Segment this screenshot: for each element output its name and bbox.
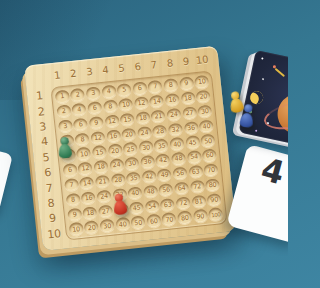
product-cell[interactable]: 24 [165,106,182,122]
star-icon [255,130,257,132]
product-number: 2 [70,88,85,102]
row-label: 6 [44,166,52,180]
product-number: 15 [120,113,135,127]
product-number: 40 [127,186,142,200]
product-cell[interactable]: 54 [186,149,203,165]
product-number: 27 [182,106,197,120]
product-number: 56 [158,183,173,197]
product-number: 50 [131,216,146,230]
product-number: 4 [101,85,116,99]
product-number: 6 [62,163,77,177]
product-number: 30 [138,140,153,154]
product-number: 24 [166,108,181,122]
product-cell[interactable]: 70 [161,211,178,227]
product-number: 24 [137,126,152,140]
product-number: 8 [103,99,118,113]
col-label: 4 [101,60,109,81]
product-number: 6 [73,117,88,131]
product-number: 24 [96,189,111,203]
product-number: 81 [191,194,206,208]
product-number: 20 [121,127,136,141]
shooting-star-icon [275,68,285,77]
product-cell[interactable]: 90 [192,208,209,224]
number-card-value: 4 [257,150,288,192]
product-number: 50 [200,134,215,148]
crescent-moon-icon [249,90,264,105]
product-cell[interactable]: 6 [131,80,148,96]
product-number: 7 [148,80,163,94]
product-number: 6 [87,101,102,115]
product-number: 42 [141,170,156,184]
row-label: 4 [40,135,48,149]
product-number: 63 [160,198,175,212]
product-number: 8 [65,193,80,207]
product-number: 15 [92,145,107,159]
product-number: 21 [151,109,166,123]
product-number: 12 [78,162,93,176]
star-icon [262,78,264,80]
product-number: 12 [104,114,119,128]
product-number: 12 [134,96,149,110]
product-number: 25 [123,142,138,156]
product-cell[interactable]: 9 [178,75,195,91]
row-label: 1 [36,89,44,103]
product-number: 18 [93,160,108,174]
col-label: 3 [85,62,93,83]
product-number: 56 [172,167,187,181]
product-number: 9 [179,77,194,91]
row-label: 10 [47,227,62,241]
product-cell[interactable]: 60 [145,213,162,229]
product-number: 3 [58,119,73,133]
product-number: 40 [199,119,214,133]
product-number: 10 [118,98,133,112]
product-cell[interactable]: 42 [141,169,158,185]
col-label: 2 [69,64,77,85]
product-number: 45 [185,135,200,149]
product-number: 45 [129,201,144,215]
product-number: 30 [197,104,212,118]
col-label: 1 [53,65,61,86]
product-number: 36 [140,155,155,169]
peg-red[interactable] [112,193,127,215]
row-label: 3 [39,120,47,134]
product-number: 40 [115,217,130,231]
product-number: 80 [205,178,220,192]
product-number: 6 [132,81,147,95]
product-cell[interactable]: 40 [114,216,131,232]
card-deck[interactable] [239,50,288,145]
product-number: 10 [194,75,209,89]
product-number: 18 [180,91,195,105]
product-cell[interactable]: 20 [83,219,100,235]
product-number: 36 [183,121,198,135]
product-number: 2 [56,104,71,118]
col-label: 6 [134,57,142,78]
product-number: 64 [174,181,189,195]
product-grid: 1234567891024681012141618203691215182124… [50,70,227,240]
product-cell[interactable]: 10 [68,221,85,237]
col-label: 8 [166,53,174,74]
product-number: 48 [171,152,186,166]
row-label: 9 [48,212,56,226]
product-number: 1 [55,90,70,104]
product-number: 16 [81,191,96,205]
product-number: 3 [86,86,101,100]
product-number: 70 [162,212,177,226]
product-number: 18 [135,111,150,125]
col-label: 9 [182,52,190,73]
product-number: 60 [202,149,217,163]
row-label: 7 [45,181,53,195]
product-number: 30 [124,157,139,171]
product-number: 20 [196,90,211,104]
product-number: 5 [117,83,132,97]
product-number: 30 [100,219,115,233]
product-cell[interactable]: 30 [99,218,116,234]
product-number: 54 [186,150,201,164]
product-number: 28 [110,173,125,187]
product-number: 7 [64,178,79,192]
product-cell[interactable]: 100 [207,206,224,222]
product-number: 18 [82,206,97,220]
product-number: 14 [149,95,164,109]
product-cell[interactable]: 80 [176,209,193,225]
partial-card-left[interactable] [0,146,13,215]
col-label: 10 [195,50,210,71]
product-number: 14 [79,176,94,190]
col-label: 7 [150,55,158,76]
product-number: 90 [193,209,208,223]
product-number: 63 [188,165,203,179]
product-number: 8 [75,132,90,146]
row-label: 2 [37,105,45,119]
product-cell[interactable]: 20 [106,142,123,158]
product-number: 49 [157,168,172,182]
product-cell[interactable]: 8 [74,131,91,147]
product-number: 27 [98,204,113,218]
row-label: 5 [42,151,50,165]
product-cell[interactable]: 6 [61,162,78,178]
product-number: 80 [177,211,192,225]
peg-blue[interactable] [239,104,254,128]
product-cell[interactable]: 18 [82,205,99,221]
row-label: 8 [47,197,55,211]
product-number: 4 [72,103,87,117]
product-number: 35 [126,171,141,185]
product-number: 100 [208,207,223,221]
product-number: 10 [76,147,91,161]
product-number: 28 [152,124,167,138]
col-label: 5 [118,59,126,80]
product-number: 42 [155,153,170,167]
product-number: 90 [207,193,222,207]
product-number: 72 [190,180,205,194]
product-number: 9 [67,207,82,221]
product-number: 70 [203,163,218,177]
product-cell[interactable]: 45 [128,200,145,216]
product-number: 48 [143,184,158,198]
product-number: 16 [106,129,121,143]
product-cell[interactable]: 6 [86,100,103,116]
product-number: 32 [168,122,183,136]
product-number: 40 [169,137,184,151]
peg-green[interactable] [57,137,72,159]
product-number: 12 [90,131,105,145]
number-card[interactable]: 4 [226,144,288,244]
product-number: 16 [165,93,180,107]
product-number: 8 [163,78,178,92]
product-number: 21 [95,175,110,189]
product-number: 10 [69,222,84,236]
product-number: 20 [84,220,99,234]
product-number: 54 [145,199,160,213]
product-number: 9 [89,116,104,130]
product-number: 24 [109,158,124,172]
card-back-space-design [239,50,288,145]
product-number: 35 [154,139,169,153]
product-cell[interactable]: 35 [153,137,170,153]
product-number: 20 [107,144,122,158]
product-number: 72 [176,196,191,210]
product-number: 60 [146,214,161,228]
multiplication-board: 12345678910 12345678910 1234567891024681… [24,46,236,251]
product-cell[interactable]: 50 [130,214,147,230]
star-icon [261,57,263,59]
